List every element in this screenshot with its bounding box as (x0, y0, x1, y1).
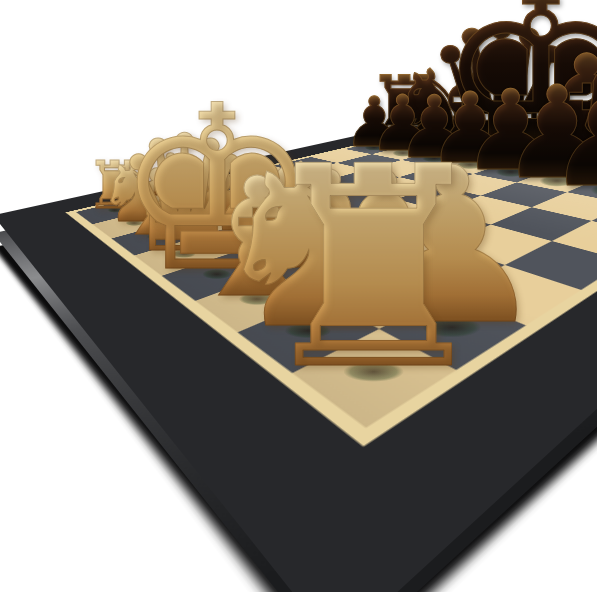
chess-set-photo: ♜♞♝♛♚♝♞♜♟♟♟♟♟♟♟♟♟♟♟♟♟♟♟♟♜♞♝♛♚♝♞♜ (0, 0, 597, 592)
